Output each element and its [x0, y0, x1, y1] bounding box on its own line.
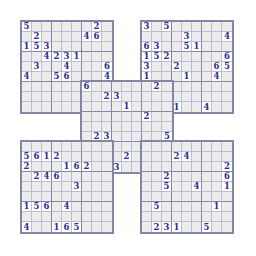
cell-r9-c3[interactable]: [42, 102, 52, 112]
cell-r5-c6[interactable]: [72, 62, 82, 72]
cell-r8-c17[interactable]: [182, 92, 192, 102]
cell-r4-c19[interactable]: [202, 52, 212, 62]
cell-r16-c13[interactable]: [142, 172, 152, 182]
cell-r20-c13[interactable]: [142, 212, 152, 222]
cell-r14-c18[interactable]: [192, 152, 202, 162]
cell-r17-c3[interactable]: [42, 182, 52, 192]
cell-r20-c20[interactable]: [212, 212, 222, 222]
cell-r17-c9[interactable]: [102, 182, 112, 192]
cell-r17-c4[interactable]: [52, 182, 62, 192]
cell-r1-c20[interactable]: [212, 22, 222, 32]
cell-r10-c7[interactable]: [82, 112, 92, 122]
cell-r12-c11[interactable]: [122, 132, 132, 142]
cell-r2-c9[interactable]: [102, 32, 112, 42]
cell-r2-c6[interactable]: [72, 32, 82, 42]
cell-r4-c15[interactable]: 2: [162, 52, 172, 62]
cell-r8-c3[interactable]: [42, 92, 52, 102]
cell-r4-c17[interactable]: [182, 52, 192, 62]
cell-r6-c4[interactable]: 5: [52, 72, 62, 82]
cell-r7-c4[interactable]: [52, 82, 62, 92]
grid-bottom-right: 24226541512315: [140, 140, 234, 234]
cell-r2-c4[interactable]: [52, 32, 62, 42]
cell-r7-c7[interactable]: 6: [82, 82, 92, 92]
cell-r19-c8[interactable]: [92, 202, 102, 212]
cell-r18-c7[interactable]: [82, 192, 92, 202]
cell-r7-c13[interactable]: [142, 82, 152, 92]
cell-r8-c4[interactable]: [52, 92, 62, 102]
cell-r17-c6[interactable]: 3: [72, 182, 82, 192]
cell-r3-c20[interactable]: [212, 42, 222, 52]
cell-r5-c18[interactable]: [192, 62, 202, 72]
cell-r2-c8[interactable]: 6: [92, 32, 102, 42]
cell-r9-c5[interactable]: [62, 102, 72, 112]
cell-r16-c2[interactable]: 2: [32, 172, 42, 182]
cell-r19-c17[interactable]: [182, 202, 192, 212]
cell-r21-c20[interactable]: [212, 222, 222, 232]
cell-r18-c4[interactable]: [52, 192, 62, 202]
cell-r11-c13[interactable]: [142, 122, 152, 132]
cell-r5-c19[interactable]: [202, 62, 212, 72]
cell-r17-c21[interactable]: 1: [222, 182, 232, 192]
cell-r8-c1[interactable]: [22, 92, 32, 102]
cell-r13-c8[interactable]: [92, 142, 102, 152]
cell-r14-c14[interactable]: [152, 152, 162, 162]
cell-r4-c14[interactable]: 5: [152, 52, 162, 62]
cell-r6-c19[interactable]: [202, 72, 212, 82]
cell-r9-c17[interactable]: [182, 102, 192, 112]
cell-r10-c10[interactable]: [112, 112, 122, 122]
cell-r16-c7[interactable]: [82, 172, 92, 182]
cell-r18-c13[interactable]: [142, 192, 152, 202]
cell-r14-c11[interactable]: 2: [122, 152, 132, 162]
cell-r20-c2[interactable]: [32, 212, 42, 222]
cell-r9-c9[interactable]: [102, 102, 112, 112]
cell-r16-c14[interactable]: [152, 172, 162, 182]
cell-r21-c14[interactable]: 2: [152, 222, 162, 232]
cell-r18-c18[interactable]: [192, 192, 202, 202]
cell-r17-c5[interactable]: [62, 182, 72, 192]
cell-r1-c5[interactable]: [62, 22, 72, 32]
cell-r21-c5[interactable]: 6: [62, 222, 72, 232]
cell-r3-c16[interactable]: [172, 42, 182, 52]
cell-r7-c21[interactable]: [222, 82, 232, 92]
cell-r4-c18[interactable]: [192, 52, 202, 62]
cell-r15-c8[interactable]: [92, 162, 102, 172]
cell-r13-c13[interactable]: [142, 142, 152, 152]
cell-r3-c2[interactable]: 5: [32, 42, 42, 52]
cell-r1-c15[interactable]: 5: [162, 22, 172, 32]
cell-r8-c14[interactable]: [152, 92, 162, 102]
cell-r5-c16[interactable]: 2: [172, 62, 182, 72]
cell-r14-c15[interactable]: [162, 152, 172, 162]
cell-r7-c2[interactable]: [32, 82, 42, 92]
cell-r11-c10[interactable]: [112, 122, 122, 132]
cell-r15-c9[interactable]: [102, 162, 112, 172]
samurai-sudoku-board: 5224615342313464564623534635115263265114…: [22, 22, 234, 234]
cell-r14-c3[interactable]: 1: [42, 152, 52, 162]
cell-r3-c18[interactable]: 1: [192, 42, 202, 52]
cell-r6-c20[interactable]: 4: [212, 72, 222, 82]
cell-r15-c11[interactable]: [122, 162, 132, 172]
cell-r13-c7[interactable]: [82, 142, 92, 152]
cell-r16-c9[interactable]: [102, 172, 112, 182]
cell-r7-c15[interactable]: [162, 82, 172, 92]
cell-r11-c12[interactable]: [132, 122, 142, 132]
cell-r6-c2[interactable]: [32, 72, 42, 82]
cell-r6-c18[interactable]: [192, 72, 202, 82]
cell-r9-c20[interactable]: [212, 102, 222, 112]
cell-r7-c12[interactable]: [132, 82, 142, 92]
cell-r21-c19[interactable]: 5: [202, 222, 212, 232]
cell-r7-c14[interactable]: 2: [152, 82, 162, 92]
cell-r2-c21[interactable]: 4: [222, 32, 232, 42]
cell-r18-c15[interactable]: [162, 192, 172, 202]
cell-r16-c1[interactable]: [22, 172, 32, 182]
cell-r15-c13[interactable]: [142, 162, 152, 172]
cell-r1-c16[interactable]: [172, 22, 182, 32]
cell-r17-c13[interactable]: [142, 182, 152, 192]
cell-r17-c17[interactable]: [182, 182, 192, 192]
cell-r8-c7[interactable]: [82, 92, 92, 102]
cell-r16-c8[interactable]: [92, 172, 102, 182]
cell-r14-c8[interactable]: [92, 152, 102, 162]
cell-r9-c8[interactable]: [92, 102, 102, 112]
cell-r4-c3[interactable]: 4: [42, 52, 52, 62]
cell-r19-c3[interactable]: 6: [42, 202, 52, 212]
samurai-sudoku-page: { "game": "samurai-sudoku", "description…: [0, 0, 256, 256]
cell-r4-c1[interactable]: [22, 52, 32, 62]
cell-r9-c21[interactable]: [222, 102, 232, 112]
cell-r13-c14[interactable]: [152, 142, 162, 152]
cell-r7-c3[interactable]: [42, 82, 52, 92]
cell-r10-c15[interactable]: [162, 112, 172, 122]
cell-r20-c1[interactable]: [22, 212, 32, 222]
cell-r19-c20[interactable]: 1: [212, 202, 222, 212]
cell-r7-c20[interactable]: [212, 82, 222, 92]
cell-r18-c17[interactable]: [182, 192, 192, 202]
cell-r14-c16[interactable]: 2: [172, 152, 182, 162]
cell-r7-c17[interactable]: [182, 82, 192, 92]
cell-r1-c1[interactable]: 5: [22, 22, 32, 32]
cell-r15-c5[interactable]: 1: [62, 162, 72, 172]
cell-r7-c5[interactable]: [62, 82, 72, 92]
cell-r13-c18[interactable]: [192, 142, 202, 152]
cell-r1-c14[interactable]: [152, 22, 162, 32]
cell-r5-c21[interactable]: 5: [222, 62, 232, 72]
cell-r15-c20[interactable]: [212, 162, 222, 172]
cell-r21-c6[interactable]: 5: [72, 222, 82, 232]
cell-r18-c8[interactable]: [92, 192, 102, 202]
cell-r19-c18[interactable]: [192, 202, 202, 212]
cell-r8-c9[interactable]: 2: [102, 92, 112, 102]
cell-r2-c15[interactable]: [162, 32, 172, 42]
cell-r21-c4[interactable]: 1: [52, 222, 62, 232]
cell-r17-c7[interactable]: [82, 182, 92, 192]
cell-r16-c19[interactable]: [202, 172, 212, 182]
cell-r1-c4[interactable]: [52, 22, 62, 32]
cell-r18-c19[interactable]: [202, 192, 212, 202]
cell-r11-c7[interactable]: [82, 122, 92, 132]
cell-r20-c5[interactable]: [62, 212, 72, 222]
cell-r4-c8[interactable]: [92, 52, 102, 62]
cell-r9-c19[interactable]: 4: [202, 102, 212, 112]
cell-r15-c1[interactable]: 2: [22, 162, 32, 172]
cell-r6-c21[interactable]: [222, 72, 232, 82]
cell-r3-c17[interactable]: 5: [182, 42, 192, 52]
cell-r21-c2[interactable]: [32, 222, 42, 232]
cell-r21-c3[interactable]: [42, 222, 52, 232]
cell-r21-c1[interactable]: 4: [22, 222, 32, 232]
cell-r13-c5[interactable]: [62, 142, 72, 152]
cell-r19-c19[interactable]: [202, 202, 212, 212]
cell-r20-c14[interactable]: [152, 212, 162, 222]
cell-r14-c9[interactable]: [102, 152, 112, 162]
cell-r6-c1[interactable]: 4: [22, 72, 32, 82]
cell-r17-c15[interactable]: 5: [162, 182, 172, 192]
cell-r5-c7[interactable]: [82, 62, 92, 72]
cell-r19-c9[interactable]: [102, 202, 112, 212]
cell-r20-c16[interactable]: [172, 212, 182, 222]
cell-r1-c18[interactable]: [192, 22, 202, 32]
cell-r10-c14[interactable]: [152, 112, 162, 122]
cell-r21-c18[interactable]: [192, 222, 202, 232]
cell-r21-c21[interactable]: [222, 222, 232, 232]
cell-r9-c4[interactable]: [52, 102, 62, 112]
cell-r4-c7[interactable]: [82, 52, 92, 62]
cell-r15-c7[interactable]: 2: [82, 162, 92, 172]
cell-r15-c16[interactable]: [172, 162, 182, 172]
cell-r2-c7[interactable]: 4: [82, 32, 92, 42]
cell-r7-c8[interactable]: [92, 82, 102, 92]
cell-r14-c2[interactable]: 6: [32, 152, 42, 162]
cell-r16-c4[interactable]: 6: [52, 172, 62, 182]
cell-r19-c6[interactable]: [72, 202, 82, 212]
cell-r8-c18[interactable]: [192, 92, 202, 102]
cell-r21-c8[interactable]: [92, 222, 102, 232]
cell-r20-c7[interactable]: [82, 212, 92, 222]
cell-r19-c13[interactable]: [142, 202, 152, 212]
cell-r14-c17[interactable]: 4: [182, 152, 192, 162]
cell-r2-c16[interactable]: [172, 32, 182, 42]
cell-r21-c16[interactable]: 1: [172, 222, 182, 232]
cell-r10-c13[interactable]: 2: [142, 112, 152, 122]
cell-r20-c3[interactable]: [42, 212, 52, 222]
cell-r16-c20[interactable]: [212, 172, 222, 182]
cell-r21-c7[interactable]: [82, 222, 92, 232]
cell-r2-c20[interactable]: [212, 32, 222, 42]
cell-r4-c4[interactable]: 2: [52, 52, 62, 62]
cell-r17-c1[interactable]: [22, 182, 32, 192]
cell-r6-c5[interactable]: 6: [62, 72, 72, 82]
cell-r9-c18[interactable]: [192, 102, 202, 112]
cell-r7-c19[interactable]: [202, 82, 212, 92]
cell-r5-c8[interactable]: [92, 62, 102, 72]
cell-r3-c9[interactable]: [102, 42, 112, 52]
cell-r18-c6[interactable]: [72, 192, 82, 202]
cell-r11-c11[interactable]: [122, 122, 132, 132]
cell-r14-c4[interactable]: 2: [52, 152, 62, 162]
cell-r1-c9[interactable]: [102, 22, 112, 32]
cell-r15-c6[interactable]: 6: [72, 162, 82, 172]
cell-r3-c8[interactable]: [92, 42, 102, 52]
cell-r20-c8[interactable]: [92, 212, 102, 222]
cell-r20-c18[interactable]: [192, 212, 202, 222]
cell-r10-c9[interactable]: [102, 112, 112, 122]
cell-r5-c2[interactable]: 3: [32, 62, 42, 72]
cell-r17-c20[interactable]: [212, 182, 222, 192]
cell-r19-c15[interactable]: [162, 202, 172, 212]
cell-r8-c13[interactable]: [142, 92, 152, 102]
cell-r2-c19[interactable]: [202, 32, 212, 42]
cell-r9-c15[interactable]: [162, 102, 172, 112]
cell-r8-c5[interactable]: [62, 92, 72, 102]
grid-bottom-left: 56122162246315644165: [20, 140, 114, 234]
cell-r6-c17[interactable]: 1: [182, 72, 192, 82]
cell-r13-c20[interactable]: [212, 142, 222, 152]
cell-r19-c21[interactable]: [222, 202, 232, 212]
cell-r3-c1[interactable]: 1: [22, 42, 32, 52]
cell-r17-c14[interactable]: [152, 182, 162, 192]
cell-r11-c14[interactable]: [152, 122, 162, 132]
cell-r8-c8[interactable]: [92, 92, 102, 102]
cell-r19-c5[interactable]: 4: [62, 202, 72, 212]
cell-r15-c14[interactable]: [152, 162, 162, 172]
cell-r8-c21[interactable]: [222, 92, 232, 102]
cell-r7-c18[interactable]: [192, 82, 202, 92]
cell-r9-c12[interactable]: [132, 102, 142, 112]
cell-r16-c3[interactable]: 4: [42, 172, 52, 182]
cell-r20-c19[interactable]: [202, 212, 212, 222]
cell-r9-c14[interactable]: [152, 102, 162, 112]
cell-r18-c16[interactable]: [172, 192, 182, 202]
cell-r1-c19[interactable]: [202, 22, 212, 32]
cell-r18-c9[interactable]: [102, 192, 112, 202]
cell-r20-c17[interactable]: [182, 212, 192, 222]
cell-r13-c6[interactable]: [72, 142, 82, 152]
cell-r8-c20[interactable]: [212, 92, 222, 102]
cell-r3-c19[interactable]: [202, 42, 212, 52]
cell-r6-c3[interactable]: [42, 72, 52, 82]
cell-r19-c4[interactable]: [52, 202, 62, 212]
cell-r13-c15[interactable]: [162, 142, 172, 152]
cell-r8-c19[interactable]: [202, 92, 212, 102]
cell-r5-c14[interactable]: [152, 62, 162, 72]
cell-r17-c18[interactable]: 4: [192, 182, 202, 192]
cell-r10-c11[interactable]: [122, 112, 132, 122]
cell-r20-c4[interactable]: [52, 212, 62, 222]
cell-r9-c1[interactable]: [22, 102, 32, 112]
cell-r1-c6[interactable]: [72, 22, 82, 32]
cell-r8-c12[interactable]: [132, 92, 142, 102]
cell-r18-c21[interactable]: [222, 192, 232, 202]
cell-r14-c20[interactable]: [212, 152, 222, 162]
cell-r13-c9[interactable]: [102, 142, 112, 152]
cell-r13-c21[interactable]: [222, 142, 232, 152]
cell-r7-c1[interactable]: [22, 82, 32, 92]
cell-r1-c3[interactable]: [42, 22, 52, 32]
cell-r9-c10[interactable]: [112, 102, 122, 112]
cell-r21-c17[interactable]: [182, 222, 192, 232]
cell-r16-c17[interactable]: [182, 172, 192, 182]
cell-r5-c3[interactable]: [42, 62, 52, 72]
cell-r21-c15[interactable]: 3: [162, 222, 172, 232]
cell-r19-c14[interactable]: 5: [152, 202, 162, 212]
cell-r17-c2[interactable]: [32, 182, 42, 192]
cell-r16-c16[interactable]: [172, 172, 182, 182]
cell-r7-c11[interactable]: [122, 82, 132, 92]
cell-r19-c16[interactable]: [172, 202, 182, 212]
cell-r17-c16[interactable]: [172, 182, 182, 192]
cell-r8-c10[interactable]: 3: [112, 92, 122, 102]
cell-r10-c12[interactable]: [132, 112, 142, 122]
cell-r14-c13[interactable]: [142, 152, 152, 162]
cell-r19-c7[interactable]: [82, 202, 92, 212]
cell-r9-c2[interactable]: [32, 102, 42, 112]
cell-r8-c15[interactable]: [162, 92, 172, 102]
cell-r8-c2[interactable]: [32, 92, 42, 102]
cell-r20-c15[interactable]: [162, 212, 172, 222]
cell-r14-c19[interactable]: [202, 152, 212, 162]
cell-r19-c1[interactable]: 1: [22, 202, 32, 212]
cell-r17-c19[interactable]: [202, 182, 212, 192]
cell-r15-c18[interactable]: [192, 162, 202, 172]
cell-r21-c13[interactable]: [142, 222, 152, 232]
cell-r1-c13[interactable]: 3: [142, 22, 152, 32]
cell-r10-c8[interactable]: [92, 112, 102, 122]
cell-r20-c6[interactable]: [72, 212, 82, 222]
cell-r20-c9[interactable]: [102, 212, 112, 222]
cell-r15-c19[interactable]: [202, 162, 212, 172]
cell-r9-c11[interactable]: 1: [122, 102, 132, 112]
cell-r3-c7[interactable]: [82, 42, 92, 52]
cell-r4-c6[interactable]: 1: [72, 52, 82, 62]
cell-r16-c5[interactable]: [62, 172, 72, 182]
cell-r2-c5[interactable]: [62, 32, 72, 42]
cell-r13-c19[interactable]: [202, 142, 212, 152]
cell-r17-c8[interactable]: [92, 182, 102, 192]
cell-r20-c21[interactable]: [222, 212, 232, 222]
cell-r15-c17[interactable]: [182, 162, 192, 172]
cell-r21-c9[interactable]: [102, 222, 112, 232]
cell-r19-c2[interactable]: 5: [32, 202, 42, 212]
cell-r5-c15[interactable]: [162, 62, 172, 72]
cell-r9-c7[interactable]: [82, 102, 92, 112]
